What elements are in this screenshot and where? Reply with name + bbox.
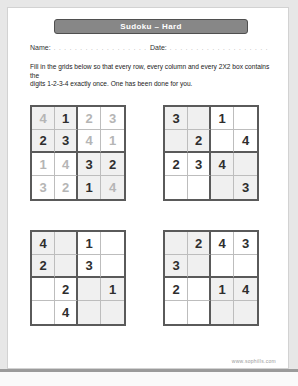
grid2-cell-r1c2-empty[interactable] (188, 107, 211, 130)
grid4-cell-r2c4-empty[interactable] (234, 255, 257, 278)
grid2-cell-r4c1-empty[interactable] (165, 176, 188, 199)
grid1-cell-r1c1: 4 (32, 107, 55, 130)
grid4-cell-r3c4: 4 (234, 278, 257, 301)
grid1-cell-r3c2: 4 (55, 153, 78, 176)
grid3-cell-r1c1: 4 (32, 232, 55, 255)
grid1-cell-r1c3: 2 (78, 107, 101, 130)
instructions-line2: digits 1-2-3-4 exactly once. One has bee… (30, 80, 192, 87)
grid2-cell-r2c2: 2 (188, 130, 211, 153)
grid3-cell-r2c2-empty[interactable] (55, 255, 78, 278)
grid4-cell-r4c2-empty[interactable] (188, 301, 211, 324)
grid2-cell-r3c3: 4 (211, 153, 234, 176)
grid4-cell-r3c3: 1 (211, 278, 234, 301)
sudoku-grid-3: 4123214 (30, 230, 126, 326)
name-date-row: Name:. . . . . . . . . . . . . . . . . .… (30, 44, 275, 54)
grid2-cell-r4c3-empty[interactable] (211, 176, 234, 199)
grid4-cell-r4c4-empty[interactable] (234, 301, 257, 324)
date-field[interactable]: . . . . . . . . . . . . . . . . . . . (170, 45, 269, 51)
grid2-cell-r3c4-empty[interactable] (234, 153, 257, 176)
grid3-cell-r1c3: 1 (78, 232, 101, 255)
name-field[interactable]: . . . . . . . . . . . . . . . . . . . (54, 45, 153, 51)
instructions-line1: Fill in the grids below so that every ro… (30, 63, 269, 79)
grid1-cell-r1c2: 1 (55, 107, 78, 130)
grid3-cell-r4c4-empty[interactable] (101, 301, 124, 324)
grid4-cell-r1c2: 2 (188, 232, 211, 255)
grid2-cell-r2c1-empty[interactable] (165, 130, 188, 153)
date-label: Date: (150, 44, 167, 51)
grid4-cell-r4c1-empty[interactable] (165, 301, 188, 324)
grid4-cell-r3c1: 2 (165, 278, 188, 301)
grid1-cell-r3c3: 3 (78, 153, 101, 176)
grid3-cell-r3c4: 1 (101, 278, 124, 301)
grid4-cell-r2c1: 3 (165, 255, 188, 278)
grid1-cell-r4c3: 1 (78, 176, 101, 199)
grid3-cell-r3c1-empty[interactable] (32, 278, 55, 301)
grid4-cell-r2c2-empty[interactable] (188, 255, 211, 278)
grid1-cell-r2c1: 2 (32, 130, 55, 153)
grid1-cell-r4c2: 2 (55, 176, 78, 199)
instructions-text: Fill in the grids below so that every ro… (30, 63, 278, 89)
grid2-cell-r2c4: 4 (234, 130, 257, 153)
grid4-cell-r2c3-empty[interactable] (211, 255, 234, 278)
grid2-cell-r3c2: 3 (188, 153, 211, 176)
sudoku-grid-example: 4123234114323214 (30, 105, 126, 201)
grid2-cell-r4c4: 3 (234, 176, 257, 199)
grid2-cell-r1c4-empty[interactable] (234, 107, 257, 130)
name-label: Name: (30, 44, 51, 51)
grid1-cell-r4c4: 4 (101, 176, 124, 199)
grid3-cell-r4c3-empty[interactable] (78, 301, 101, 324)
grid3-cell-r1c4-empty[interactable] (101, 232, 124, 255)
page-title: Sudoku – Hard (120, 22, 182, 31)
grid3-cell-r3c3-empty[interactable] (78, 278, 101, 301)
grid3-cell-r2c1: 2 (32, 255, 55, 278)
grid4-cell-r4c3-empty[interactable] (211, 301, 234, 324)
watermark-url: www.sophills.com (232, 358, 276, 364)
grid2-cell-r4c2-empty[interactable] (188, 176, 211, 199)
sudoku-grid-2: 31242343 (163, 105, 259, 201)
grid1-cell-r2c3: 4 (78, 130, 101, 153)
grid4-cell-r3c2-empty[interactable] (188, 278, 211, 301)
grid4-cell-r1c3: 4 (211, 232, 234, 255)
grid2-cell-r1c3: 1 (211, 107, 234, 130)
grid2-cell-r3c1: 2 (165, 153, 188, 176)
below-page-area (0, 372, 298, 386)
grid1-cell-r2c2: 3 (55, 130, 78, 153)
date-group: Date:. . . . . . . . . . . . . . . . . .… (150, 44, 268, 51)
grid1-cell-r1c4: 3 (101, 107, 124, 130)
grid1-cell-r3c4: 2 (101, 153, 124, 176)
grid4-cell-r1c1-empty[interactable] (165, 232, 188, 255)
grid3-cell-r2c4-empty[interactable] (101, 255, 124, 278)
title-bar: Sudoku – Hard (54, 19, 248, 34)
grid2-cell-r2c3-empty[interactable] (211, 130, 234, 153)
grid1-cell-r3c1: 1 (32, 153, 55, 176)
grid2-cell-r1c1: 3 (165, 107, 188, 130)
sudoku-grid-4: 2433214 (163, 230, 259, 326)
grid3-cell-r2c3: 3 (78, 255, 101, 278)
grid3-cell-r4c2: 4 (55, 301, 78, 324)
grid1-cell-r4c1: 3 (32, 176, 55, 199)
grid1-cell-r2c4: 1 (101, 130, 124, 153)
grid3-cell-r4c1-empty[interactable] (32, 301, 55, 324)
worksheet-page: Sudoku – Hard Name:. . . . . . . . . . .… (7, 7, 289, 369)
grid3-cell-r3c2: 2 (55, 278, 78, 301)
grid3-cell-r1c2-empty[interactable] (55, 232, 78, 255)
grid4-cell-r1c4: 3 (234, 232, 257, 255)
